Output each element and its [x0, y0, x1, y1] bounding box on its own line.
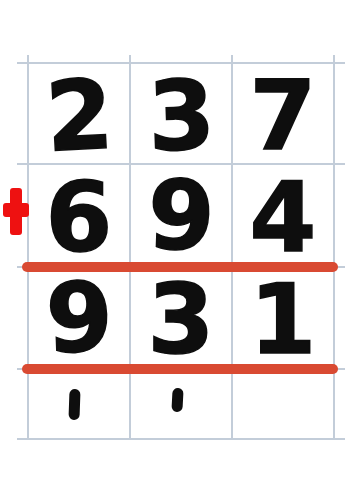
cell-addend-bottom-ones: 4 — [232, 164, 334, 267]
cell-addend-top-ones: 7 — [232, 63, 334, 164]
cell-carry-hundreds — [28, 368, 130, 439]
carry-mark-hundreds — [68, 389, 80, 420]
answer-underline — [22, 364, 338, 374]
cell-sum-hundreds: 9 — [28, 267, 130, 368]
digit: 3 — [146, 66, 216, 164]
digit: 3 — [148, 272, 215, 368]
plus-icon-horizontal-bar — [3, 203, 29, 217]
carry-mark-tens — [171, 387, 183, 412]
addition-grid: 2 3 7 6 9 4 9 3 1 — [28, 63, 334, 439]
cell-carry-ones — [232, 368, 334, 439]
plus-icon — [3, 188, 29, 235]
digit: 7 — [250, 68, 317, 164]
cell-addend-bottom-hundreds: 6 — [28, 164, 130, 267]
digit: 6 — [46, 170, 113, 266]
cell-addend-bottom-tens: 9 — [130, 164, 232, 267]
cell-addend-top-tens: 3 — [130, 63, 232, 164]
digit: 9 — [44, 268, 114, 366]
addition-worksheet: 2 3 7 6 9 4 9 3 1 — [0, 0, 354, 500]
cell-addend-top-hundreds: 2 — [28, 63, 130, 164]
cell-sum-ones: 1 — [232, 267, 334, 368]
sum-rule-line — [22, 262, 338, 272]
digit: 1 — [250, 272, 317, 368]
digit: 9 — [146, 166, 216, 264]
cell-carry-tens — [130, 368, 232, 439]
digit: 4 — [250, 170, 317, 266]
digit: 2 — [43, 66, 115, 165]
cell-sum-tens: 3 — [130, 267, 232, 368]
